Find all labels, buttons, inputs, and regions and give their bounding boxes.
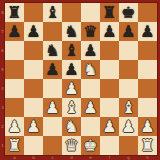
square-c3[interactable]: ♟ — [43, 98, 62, 117]
white-pawn-piece[interactable]: ♟ — [43, 98, 62, 117]
white-bishop-piece[interactable]: ♝ — [62, 98, 81, 117]
square-a2[interactable]: ♟ — [5, 117, 24, 136]
white-pawn-piece[interactable]: ♟ — [138, 117, 157, 136]
square-a8[interactable]: ♜ — [5, 3, 24, 22]
black-bishop-piece[interactable]: ♝ — [62, 41, 81, 60]
white-pawn-piece[interactable]: ♟ — [62, 79, 81, 98]
black-knight-piece[interactable]: ♞ — [62, 22, 81, 41]
white-knight-piece[interactable]: ♞ — [81, 60, 100, 79]
chess-board-frame: ♜♝♜♚♟♟♞♛♟♟♟♞♝♟♟♟♞♟♟♝♟♝♟♟♞♟♟♟♜♛♚♜ 8765432… — [0, 0, 160, 160]
square-e7[interactable]: ♛ — [81, 22, 100, 41]
black-pawn-piece[interactable]: ♟ — [138, 22, 157, 41]
square-d3[interactable]: ♝ — [62, 98, 81, 117]
square-e4[interactable] — [81, 79, 100, 98]
square-b8[interactable] — [24, 3, 43, 22]
rank-label-8: 8 — [1, 11, 4, 15]
square-d4[interactable]: ♟ — [62, 79, 81, 98]
square-c6[interactable]: ♞ — [43, 41, 62, 60]
square-c8[interactable]: ♝ — [43, 3, 62, 22]
black-pawn-piece[interactable]: ♟ — [119, 22, 138, 41]
black-knight-piece[interactable]: ♞ — [43, 41, 62, 60]
black-pawn-piece[interactable]: ♟ — [43, 60, 62, 79]
square-h3[interactable] — [138, 98, 157, 117]
square-b6[interactable] — [24, 41, 43, 60]
white-rook-piece[interactable]: ♜ — [138, 136, 157, 155]
square-a7[interactable]: ♟ — [5, 22, 24, 41]
rank-label-3: 3 — [1, 106, 4, 110]
black-pawn-piece[interactable]: ♟ — [62, 60, 81, 79]
square-c2[interactable] — [43, 117, 62, 136]
square-c5[interactable]: ♟ — [43, 60, 62, 79]
rank-label-4: 4 — [1, 87, 4, 91]
square-e5[interactable]: ♞ — [81, 60, 100, 79]
black-pawn-piece[interactable]: ♟ — [24, 22, 43, 41]
white-pawn-piece[interactable]: ♟ — [119, 117, 138, 136]
square-d7[interactable]: ♞ — [62, 22, 81, 41]
black-pawn-piece[interactable]: ♟ — [81, 41, 100, 60]
square-h5[interactable] — [138, 60, 157, 79]
black-pawn-piece[interactable]: ♟ — [5, 22, 24, 41]
square-g6[interactable] — [119, 41, 138, 60]
file-label-a: a — [5, 155, 24, 160]
white-pawn-piece[interactable]: ♟ — [24, 117, 43, 136]
file-label-e: e — [81, 155, 100, 160]
file-label-b: b — [24, 155, 43, 160]
rank-label-1: 1 — [1, 144, 4, 148]
square-b3[interactable] — [24, 98, 43, 117]
square-f3[interactable] — [100, 98, 119, 117]
square-a3[interactable] — [5, 98, 24, 117]
black-rook-piece[interactable]: ♜ — [100, 3, 119, 22]
square-f1[interactable] — [100, 136, 119, 155]
chess-board: ♜♝♜♚♟♟♞♛♟♟♟♞♝♟♟♟♞♟♟♝♟♝♟♟♞♟♟♟♜♛♚♜ — [5, 3, 157, 155]
square-c1[interactable] — [43, 136, 62, 155]
black-queen-piece[interactable]: ♛ — [81, 22, 100, 41]
square-d2[interactable]: ♞ — [62, 117, 81, 136]
rank-label-6: 6 — [1, 49, 4, 53]
file-label-g: g — [119, 155, 138, 160]
white-pawn-piece[interactable]: ♟ — [5, 117, 24, 136]
black-king-piece[interactable]: ♚ — [119, 3, 138, 22]
square-h1[interactable]: ♜ — [138, 136, 157, 155]
square-a4[interactable] — [5, 79, 24, 98]
square-d6[interactable]: ♝ — [62, 41, 81, 60]
file-label-h: h — [138, 155, 157, 160]
square-a6[interactable] — [5, 41, 24, 60]
square-a5[interactable] — [5, 60, 24, 79]
square-g8[interactable]: ♚ — [119, 3, 138, 22]
white-pawn-piece[interactable]: ♟ — [100, 117, 119, 136]
square-f6[interactable] — [100, 41, 119, 60]
rank-label-2: 2 — [1, 125, 4, 129]
square-g3[interactable]: ♝ — [119, 98, 138, 117]
file-label-c: c — [43, 155, 62, 160]
square-b4[interactable] — [24, 79, 43, 98]
white-bishop-piece[interactable]: ♝ — [119, 98, 138, 117]
square-e8[interactable] — [81, 3, 100, 22]
square-d5[interactable]: ♟ — [62, 60, 81, 79]
square-h2[interactable]: ♟ — [138, 117, 157, 136]
square-b7[interactable]: ♟ — [24, 22, 43, 41]
square-g2[interactable]: ♟ — [119, 117, 138, 136]
square-h7[interactable]: ♟ — [138, 22, 157, 41]
rank-label-7: 7 — [1, 30, 4, 34]
rank-label-5: 5 — [1, 68, 4, 72]
square-f4[interactable] — [100, 79, 119, 98]
square-f2[interactable]: ♟ — [100, 117, 119, 136]
square-g4[interactable] — [119, 79, 138, 98]
square-e6[interactable]: ♟ — [81, 41, 100, 60]
square-c4[interactable] — [43, 79, 62, 98]
square-g7[interactable]: ♟ — [119, 22, 138, 41]
square-e1[interactable]: ♚ — [81, 136, 100, 155]
square-d1[interactable]: ♛ — [62, 136, 81, 155]
white-rook-piece[interactable]: ♜ — [5, 136, 24, 155]
white-queen-piece[interactable]: ♛ — [62, 136, 81, 155]
square-f5[interactable] — [100, 60, 119, 79]
black-pawn-piece[interactable]: ♟ — [100, 22, 119, 41]
square-g1[interactable] — [119, 136, 138, 155]
square-b2[interactable]: ♟ — [24, 117, 43, 136]
square-f8[interactable]: ♜ — [100, 3, 119, 22]
square-h4[interactable] — [138, 79, 157, 98]
white-pawn-piece[interactable]: ♟ — [81, 98, 100, 117]
square-f7[interactable]: ♟ — [100, 22, 119, 41]
square-b5[interactable] — [24, 60, 43, 79]
square-b1[interactable] — [24, 136, 43, 155]
file-label-f: f — [100, 155, 119, 160]
square-e2[interactable] — [81, 117, 100, 136]
black-bishop-piece[interactable]: ♝ — [43, 3, 62, 22]
square-g5[interactable] — [119, 60, 138, 79]
white-knight-piece[interactable]: ♞ — [62, 117, 81, 136]
square-a1[interactable]: ♜ — [5, 136, 24, 155]
white-king-piece[interactable]: ♚ — [81, 136, 100, 155]
square-d8[interactable] — [62, 3, 81, 22]
square-h6[interactable] — [138, 41, 157, 60]
square-e3[interactable]: ♟ — [81, 98, 100, 117]
file-label-d: d — [62, 155, 81, 160]
black-rook-piece[interactable]: ♜ — [5, 3, 24, 22]
square-h8[interactable] — [138, 3, 157, 22]
square-c7[interactable] — [43, 22, 62, 41]
